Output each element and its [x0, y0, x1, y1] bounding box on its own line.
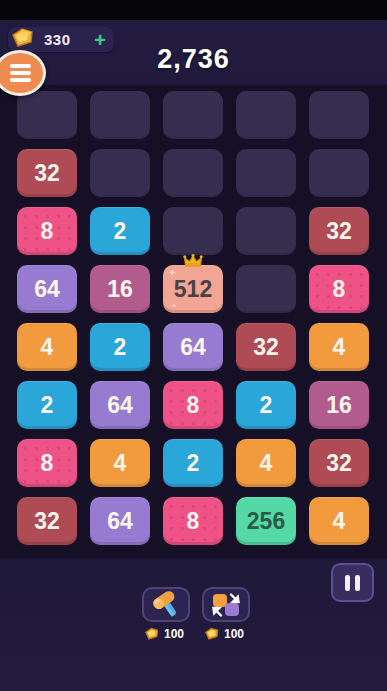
- empty-cell-r3c3: [236, 265, 296, 313]
- empty-cell-r0c4: [309, 91, 369, 139]
- tile-512-r3c2[interactable]: 512: [163, 265, 223, 313]
- swap-cost-label: 100: [200, 626, 248, 642]
- status-bar: [0, 0, 387, 20]
- tile-2-r4c1[interactable]: 2: [90, 323, 150, 371]
- tile-2-r2c1[interactable]: 2: [90, 207, 150, 255]
- game-board: 3282326416512842643242648216842432326482…: [0, 85, 387, 558]
- board-grid: 3282326416512842643242648216842432326482…: [17, 91, 369, 545]
- tile-32-r4c3[interactable]: 32: [236, 323, 296, 371]
- tile-8-r2c0[interactable]: 8: [17, 207, 77, 255]
- tile-256-r7c3[interactable]: 256: [236, 497, 296, 545]
- tile-8-r6c0[interactable]: 8: [17, 439, 77, 487]
- empty-cell-r0c0: [17, 91, 77, 139]
- tile-4-r4c0[interactable]: 4: [17, 323, 77, 371]
- tile-2-r6c2[interactable]: 2: [163, 439, 223, 487]
- hammer-powerup-button[interactable]: [142, 587, 190, 622]
- empty-cell-r0c2: [163, 91, 223, 139]
- empty-cell-r1c3: [236, 149, 296, 197]
- tile-4-r4c4[interactable]: 4: [309, 323, 369, 371]
- empty-cell-r0c3: [236, 91, 296, 139]
- gem-icon-small: [144, 627, 160, 641]
- tile-32-r7c0[interactable]: 32: [17, 497, 77, 545]
- hammer-icon: [150, 591, 182, 619]
- empty-cell-r1c4: [309, 149, 369, 197]
- tile-64-r3c0[interactable]: 64: [17, 265, 77, 313]
- tile-64-r7c1[interactable]: 64: [90, 497, 150, 545]
- gem-icon-small: [204, 627, 220, 641]
- tile-32-r2c4[interactable]: 32: [309, 207, 369, 255]
- game-screen: { "header": { "coins": "330", "add_butto…: [0, 0, 387, 691]
- swap-icon: [211, 591, 241, 619]
- pause-button[interactable]: [331, 563, 374, 602]
- tile-2-r5c0[interactable]: 2: [17, 381, 77, 429]
- tile-2-r5c3[interactable]: 2: [236, 381, 296, 429]
- empty-cell-r0c1: [90, 91, 150, 139]
- score-display: 2,736: [0, 44, 387, 75]
- pause-icon: [345, 575, 350, 591]
- tile-64-r4c2[interactable]: 64: [163, 323, 223, 371]
- swap-powerup-button[interactable]: [202, 587, 250, 622]
- empty-cell-r1c2: [163, 149, 223, 197]
- empty-cell-r2c2: [163, 207, 223, 255]
- tile-8-r3c4[interactable]: 8: [309, 265, 369, 313]
- hammer-cost-label: 100: [140, 626, 188, 642]
- tile-4-r7c4[interactable]: 4: [309, 497, 369, 545]
- empty-cell-r1c1: [90, 149, 150, 197]
- tile-32-r1c0[interactable]: 32: [17, 149, 77, 197]
- tile-4-r6c3[interactable]: 4: [236, 439, 296, 487]
- hamburger-icon: [10, 64, 31, 68]
- empty-cell-r2c3: [236, 207, 296, 255]
- tile-16-r3c1[interactable]: 16: [90, 265, 150, 313]
- tile-16-r5c4[interactable]: 16: [309, 381, 369, 429]
- tile-8-r5c2[interactable]: 8: [163, 381, 223, 429]
- tile-32-r6c4[interactable]: 32: [309, 439, 369, 487]
- tile-64-r5c1[interactable]: 64: [90, 381, 150, 429]
- tile-4-r6c1[interactable]: 4: [90, 439, 150, 487]
- tile-8-r7c2[interactable]: 8: [163, 497, 223, 545]
